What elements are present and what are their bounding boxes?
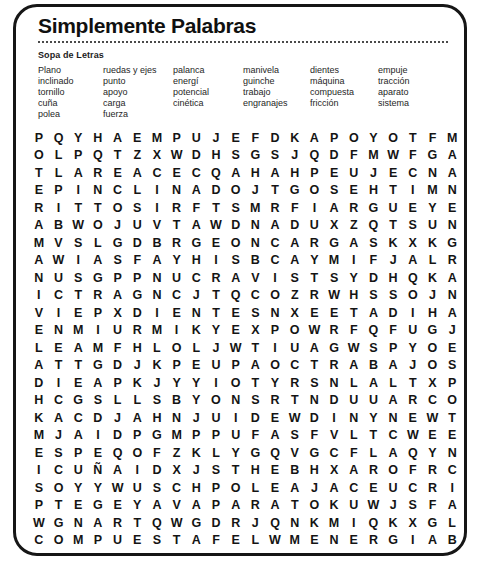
grid-cell[interactable]: K xyxy=(383,234,403,252)
grid-cell[interactable]: H xyxy=(305,462,325,480)
grid-cell[interactable]: M xyxy=(88,339,108,357)
grid-cell[interactable]: G xyxy=(127,287,147,305)
grid-cell[interactable]: U xyxy=(108,322,128,340)
grid-cell[interactable]: Y xyxy=(364,129,384,147)
grid-cell[interactable]: I xyxy=(344,514,364,532)
grid-cell[interactable]: Y xyxy=(127,497,147,515)
grid-cell[interactable]: P xyxy=(324,129,344,147)
grid-cell[interactable]: F xyxy=(127,252,147,270)
grid-cell[interactable]: H xyxy=(245,462,265,480)
grid-cell[interactable]: I xyxy=(403,182,423,200)
grid-cell[interactable]: N xyxy=(29,269,49,287)
grid-cell[interactable]: I xyxy=(49,199,69,217)
grid-cell[interactable]: A xyxy=(68,339,88,357)
grid-cell[interactable]: R xyxy=(364,462,384,480)
grid-cell[interactable]: C xyxy=(442,462,462,480)
grid-cell[interactable]: C xyxy=(147,164,167,182)
grid-cell[interactable]: A xyxy=(49,409,69,427)
grid-cell[interactable]: A xyxy=(305,129,325,147)
grid-cell[interactable]: M xyxy=(167,427,187,445)
grid-cell[interactable]: R xyxy=(324,322,344,340)
grid-cell[interactable]: W xyxy=(49,252,69,270)
grid-cell[interactable]: I xyxy=(305,199,325,217)
grid-cell[interactable]: L xyxy=(49,147,69,165)
grid-cell[interactable]: A xyxy=(226,269,246,287)
grid-cell[interactable]: E xyxy=(403,199,423,217)
grid-cell[interactable]: I xyxy=(29,462,49,480)
grid-cell[interactable]: D xyxy=(88,409,108,427)
grid-cell[interactable]: A xyxy=(344,234,364,252)
grid-cell[interactable]: S xyxy=(127,199,147,217)
grid-cell[interactable]: S xyxy=(88,392,108,410)
grid-cell[interactable]: D xyxy=(206,182,226,200)
grid-cell[interactable]: U xyxy=(285,339,305,357)
grid-cell[interactable]: L xyxy=(186,339,206,357)
grid-cell[interactable]: K xyxy=(29,409,49,427)
grid-cell[interactable]: S xyxy=(305,374,325,392)
grid-cell[interactable]: F xyxy=(108,339,128,357)
grid-cell[interactable]: I xyxy=(68,252,88,270)
grid-cell[interactable]: A xyxy=(403,252,423,270)
grid-cell[interactable]: A xyxy=(88,252,108,270)
grid-cell[interactable]: Z xyxy=(344,217,364,235)
grid-cell[interactable]: C xyxy=(403,164,423,182)
grid-cell[interactable]: S xyxy=(442,357,462,375)
grid-cell[interactable]: N xyxy=(423,164,443,182)
grid-cell[interactable]: T xyxy=(383,217,403,235)
grid-cell[interactable]: C xyxy=(403,479,423,497)
grid-cell[interactable]: E xyxy=(108,164,128,182)
grid-cell[interactable]: A xyxy=(147,252,167,270)
grid-cell[interactable]: T xyxy=(305,357,325,375)
grid-cell[interactable]: M xyxy=(68,322,88,340)
grid-cell[interactable]: C xyxy=(29,532,49,550)
grid-cell[interactable]: H xyxy=(285,164,305,182)
grid-cell[interactable]: O xyxy=(305,497,325,515)
grid-cell[interactable]: E xyxy=(344,182,364,200)
grid-cell[interactable]: I xyxy=(206,252,226,270)
grid-cell[interactable]: I xyxy=(147,199,167,217)
grid-cell[interactable]: L xyxy=(29,339,49,357)
grid-cell[interactable]: A xyxy=(186,532,206,550)
grid-cell[interactable]: P xyxy=(108,374,128,392)
grid-cell[interactable]: S xyxy=(265,147,285,165)
grid-cell[interactable]: I xyxy=(49,304,69,322)
grid-cell[interactable]: A xyxy=(324,479,344,497)
grid-cell[interactable]: J xyxy=(442,322,462,340)
grid-cell[interactable]: W xyxy=(29,514,49,532)
grid-cell[interactable]: W xyxy=(167,147,187,165)
grid-cell[interactable]: A xyxy=(285,252,305,270)
grid-cell[interactable]: R xyxy=(423,462,443,480)
grid-cell[interactable]: X xyxy=(403,234,423,252)
grid-cell[interactable]: I xyxy=(29,287,49,305)
grid-cell[interactable]: G xyxy=(285,182,305,200)
grid-cell[interactable]: Y xyxy=(423,199,443,217)
grid-cell[interactable]: S xyxy=(364,339,384,357)
grid-cell[interactable]: J xyxy=(423,287,443,305)
grid-cell[interactable]: P xyxy=(186,427,206,445)
grid-cell[interactable]: B xyxy=(49,217,69,235)
grid-cell[interactable]: H xyxy=(383,269,403,287)
grid-cell[interactable]: E xyxy=(206,234,226,252)
grid-cell[interactable]: X xyxy=(423,374,443,392)
grid-cell[interactable]: D xyxy=(226,217,246,235)
grid-cell[interactable]: U xyxy=(344,497,364,515)
grid-cell[interactable]: L xyxy=(206,444,226,462)
grid-cell[interactable]: J xyxy=(108,409,128,427)
grid-cell[interactable]: N xyxy=(186,304,206,322)
grid-cell[interactable]: P xyxy=(383,339,403,357)
grid-cell[interactable]: S xyxy=(147,479,167,497)
grid-cell[interactable]: T xyxy=(68,287,88,305)
grid-cell[interactable]: M xyxy=(285,532,305,550)
grid-cell[interactable]: G xyxy=(324,234,344,252)
grid-cell[interactable]: P xyxy=(127,427,147,445)
grid-cell[interactable]: R xyxy=(305,234,325,252)
grid-cell[interactable]: Y xyxy=(305,252,325,270)
grid-cell[interactable]: Y xyxy=(167,252,187,270)
grid-cell[interactable]: E xyxy=(423,427,443,445)
grid-cell[interactable]: H xyxy=(364,182,384,200)
grid-cell[interactable]: O xyxy=(265,357,285,375)
grid-cell[interactable]: S xyxy=(285,427,305,445)
grid-cell[interactable]: N xyxy=(265,304,285,322)
grid-cell[interactable]: E xyxy=(127,129,147,147)
grid-cell[interactable]: G xyxy=(186,514,206,532)
grid-cell[interactable]: R xyxy=(344,199,364,217)
grid-cell[interactable]: S xyxy=(324,269,344,287)
grid-cell[interactable]: S xyxy=(68,269,88,287)
grid-cell[interactable]: Z xyxy=(285,287,305,305)
grid-cell[interactable]: A xyxy=(88,514,108,532)
grid-cell[interactable]: O xyxy=(206,392,226,410)
grid-cell[interactable]: A xyxy=(383,392,403,410)
grid-cell[interactable]: X xyxy=(285,304,305,322)
grid-cell[interactable]: P xyxy=(305,164,325,182)
grid-cell[interactable]: G xyxy=(108,234,128,252)
grid-cell[interactable]: G xyxy=(186,234,206,252)
grid-cell[interactable]: W xyxy=(206,217,226,235)
grid-cell[interactable]: L xyxy=(88,234,108,252)
grid-cell[interactable]: I xyxy=(206,374,226,392)
grid-cell[interactable]: C xyxy=(245,287,265,305)
grid-cell[interactable]: A xyxy=(285,479,305,497)
grid-cell[interactable]: O xyxy=(226,182,246,200)
grid-cell[interactable]: D xyxy=(285,217,305,235)
grid-cell[interactable]: G xyxy=(364,199,384,217)
grid-cell[interactable]: S xyxy=(68,234,88,252)
grid-cell[interactable]: N xyxy=(147,269,167,287)
grid-cell[interactable]: L xyxy=(344,374,364,392)
grid-cell[interactable]: E xyxy=(364,479,384,497)
grid-cell[interactable]: A xyxy=(226,497,246,515)
grid-cell[interactable]: J xyxy=(364,164,384,182)
grid-cell[interactable]: C xyxy=(186,269,206,287)
grid-cell[interactable]: T xyxy=(49,497,69,515)
grid-cell[interactable]: G xyxy=(245,147,265,165)
grid-cell[interactable]: U xyxy=(206,357,226,375)
grid-cell[interactable]: A xyxy=(29,217,49,235)
grid-cell[interactable]: K xyxy=(383,514,403,532)
grid-cell[interactable]: C xyxy=(383,427,403,445)
grid-cell[interactable]: H xyxy=(344,287,364,305)
grid-cell[interactable]: I xyxy=(226,409,246,427)
grid-cell[interactable]: W xyxy=(364,497,384,515)
grid-cell[interactable]: E xyxy=(88,444,108,462)
grid-cell[interactable]: E xyxy=(29,182,49,200)
grid-cell[interactable]: A xyxy=(442,497,462,515)
grid-cell[interactable]: U xyxy=(68,462,88,480)
grid-cell[interactable]: O xyxy=(49,479,69,497)
grid-cell[interactable]: E xyxy=(186,357,206,375)
grid-cell[interactable]: T xyxy=(364,427,384,445)
grid-cell[interactable]: E xyxy=(442,199,462,217)
grid-cell[interactable]: E xyxy=(108,497,128,515)
grid-cell[interactable]: A xyxy=(88,374,108,392)
grid-cell[interactable]: N xyxy=(245,234,265,252)
grid-cell[interactable]: T xyxy=(127,514,147,532)
grid-cell[interactable]: E xyxy=(226,129,246,147)
grid-cell[interactable]: E xyxy=(344,532,364,550)
grid-cell[interactable]: A xyxy=(186,182,206,200)
grid-cell[interactable]: F xyxy=(285,199,305,217)
grid-cell[interactable]: I xyxy=(147,304,167,322)
grid-cell[interactable]: O xyxy=(305,182,325,200)
grid-cell[interactable]: K xyxy=(423,269,443,287)
grid-cell[interactable]: F xyxy=(344,147,364,165)
grid-cell[interactable]: N xyxy=(305,392,325,410)
grid-cell[interactable]: O xyxy=(344,129,364,147)
grid-cell[interactable]: T xyxy=(68,357,88,375)
grid-cell[interactable]: W xyxy=(423,409,443,427)
grid-cell[interactable]: R xyxy=(265,392,285,410)
grid-cell[interactable]: P xyxy=(29,129,49,147)
grid-cell[interactable]: A xyxy=(383,357,403,375)
grid-cell[interactable]: D xyxy=(108,357,128,375)
grid-cell[interactable]: F xyxy=(344,444,364,462)
grid-cell[interactable]: K xyxy=(127,374,147,392)
grid-cell[interactable]: G xyxy=(147,427,167,445)
grid-cell[interactable]: U xyxy=(305,217,325,235)
grid-cell[interactable]: Q xyxy=(49,129,69,147)
grid-cell[interactable]: S xyxy=(226,199,246,217)
grid-cell[interactable]: U xyxy=(423,217,443,235)
grid-cell[interactable]: W xyxy=(226,339,246,357)
grid-cell[interactable]: D xyxy=(364,269,384,287)
grid-cell[interactable]: U xyxy=(49,269,69,287)
grid-cell[interactable]: A xyxy=(265,497,285,515)
grid-cell[interactable]: D xyxy=(383,304,403,322)
grid-cell[interactable]: Q xyxy=(108,444,128,462)
grid-cell[interactable]: A xyxy=(423,532,443,550)
grid-cell[interactable]: N xyxy=(167,182,187,200)
grid-cell[interactable]: H xyxy=(88,129,108,147)
grid-cell[interactable]: A xyxy=(127,409,147,427)
grid-cell[interactable]: Y xyxy=(364,409,384,427)
grid-cell[interactable]: E xyxy=(226,532,246,550)
grid-cell[interactable]: Y xyxy=(186,392,206,410)
grid-cell[interactable]: G xyxy=(88,269,108,287)
grid-cell[interactable]: E xyxy=(167,304,187,322)
grid-cell[interactable]: O xyxy=(403,287,423,305)
grid-cell[interactable]: D xyxy=(324,147,344,165)
grid-cell[interactable]: L xyxy=(364,444,384,462)
grid-cell[interactable]: N xyxy=(442,182,462,200)
grid-cell[interactable]: Y xyxy=(265,374,285,392)
grid-cell[interactable]: B xyxy=(167,392,187,410)
grid-cell[interactable]: O xyxy=(29,147,49,165)
grid-cell[interactable]: R xyxy=(226,514,246,532)
grid-cell[interactable]: A xyxy=(245,357,265,375)
grid-cell[interactable]: L xyxy=(108,392,128,410)
grid-cell[interactable]: W xyxy=(383,147,403,165)
grid-cell[interactable]: Y xyxy=(186,374,206,392)
grid-cell[interactable]: A xyxy=(186,217,206,235)
grid-cell[interactable]: K xyxy=(305,514,325,532)
grid-cell[interactable]: Q xyxy=(364,217,384,235)
grid-cell[interactable]: R xyxy=(442,252,462,270)
grid-cell[interactable]: A xyxy=(29,252,49,270)
grid-cell[interactable]: J xyxy=(108,217,128,235)
grid-cell[interactable]: E xyxy=(442,339,462,357)
grid-cell[interactable]: F xyxy=(186,199,206,217)
grid-cell[interactable]: W xyxy=(108,479,128,497)
grid-cell[interactable]: S xyxy=(285,269,305,287)
grid-cell[interactable]: E xyxy=(324,164,344,182)
grid-cell[interactable]: C xyxy=(167,479,187,497)
grid-cell[interactable]: N xyxy=(147,287,167,305)
grid-cell[interactable]: F xyxy=(403,462,423,480)
grid-cell[interactable]: P xyxy=(206,497,226,515)
grid-cell[interactable]: D xyxy=(186,147,206,165)
grid-cell[interactable]: A xyxy=(226,164,246,182)
grid-cell[interactable]: A xyxy=(186,497,206,515)
grid-cell[interactable]: D xyxy=(147,462,167,480)
grid-cell[interactable]: A xyxy=(383,444,403,462)
grid-cell[interactable]: A xyxy=(442,147,462,165)
grid-cell[interactable]: F xyxy=(147,444,167,462)
grid-cell[interactable]: R xyxy=(324,357,344,375)
grid-cell[interactable]: I xyxy=(147,182,167,200)
grid-cell[interactable]: P xyxy=(88,304,108,322)
grid-cell[interactable]: K xyxy=(423,234,443,252)
grid-cell[interactable]: E xyxy=(442,427,462,445)
grid-cell[interactable]: F xyxy=(344,322,364,340)
grid-cell[interactable]: F xyxy=(305,427,325,445)
grid-cell[interactable]: Q xyxy=(88,147,108,165)
grid-cell[interactable]: I xyxy=(324,409,344,427)
grid-cell[interactable]: P xyxy=(108,269,128,287)
grid-cell[interactable]: G xyxy=(88,357,108,375)
grid-cell[interactable]: U xyxy=(383,479,403,497)
grid-cell[interactable]: P xyxy=(68,147,88,165)
grid-cell[interactable]: N xyxy=(442,217,462,235)
grid-cell[interactable]: C xyxy=(167,287,187,305)
grid-cell[interactable]: S xyxy=(49,444,69,462)
grid-cell[interactable]: J xyxy=(403,357,423,375)
grid-cell[interactable]: E xyxy=(383,164,403,182)
grid-cell[interactable]: A xyxy=(364,374,384,392)
grid-cell[interactable]: J xyxy=(127,357,147,375)
grid-cell[interactable]: D xyxy=(265,129,285,147)
grid-cell[interactable]: T xyxy=(403,374,423,392)
grid-cell[interactable]: U xyxy=(383,199,403,217)
grid-cell[interactable]: A xyxy=(442,269,462,287)
grid-cell[interactable]: A xyxy=(108,462,128,480)
grid-cell[interactable]: Q xyxy=(403,444,423,462)
grid-cell[interactable]: R xyxy=(285,374,305,392)
grid-cell[interactable]: W xyxy=(265,532,285,550)
grid-cell[interactable]: K xyxy=(186,444,206,462)
grid-cell[interactable]: S xyxy=(364,234,384,252)
grid-cell[interactable]: V xyxy=(285,444,305,462)
grid-cell[interactable]: G xyxy=(88,497,108,515)
grid-cell[interactable]: D xyxy=(206,514,226,532)
grid-cell[interactable]: N xyxy=(442,444,462,462)
grid-cell[interactable]: T xyxy=(285,497,305,515)
grid-cell[interactable]: O xyxy=(127,444,147,462)
grid-cell[interactable]: E xyxy=(49,339,69,357)
grid-cell[interactable]: L xyxy=(147,339,167,357)
grid-cell[interactable]: U xyxy=(108,532,128,550)
grid-cell[interactable]: N xyxy=(383,409,403,427)
grid-cell[interactable]: A xyxy=(29,357,49,375)
grid-cell[interactable]: E xyxy=(403,409,423,427)
grid-cell[interactable]: U xyxy=(167,269,187,287)
grid-cell[interactable]: O xyxy=(423,357,443,375)
grid-cell[interactable]: C xyxy=(423,392,443,410)
grid-cell[interactable]: E xyxy=(29,322,49,340)
grid-cell[interactable]: J xyxy=(305,479,325,497)
grid-cell[interactable]: V xyxy=(147,217,167,235)
grid-cell[interactable]: P xyxy=(206,479,226,497)
grid-cell[interactable]: D xyxy=(245,409,265,427)
grid-cell[interactable]: B xyxy=(147,234,167,252)
grid-cell[interactable]: D xyxy=(29,374,49,392)
grid-cell[interactable]: A xyxy=(265,217,285,235)
grid-cell[interactable]: S xyxy=(226,147,246,165)
grid-cell[interactable]: C xyxy=(68,409,88,427)
grid-cell[interactable]: H xyxy=(423,304,443,322)
grid-cell[interactable]: O xyxy=(226,234,246,252)
grid-cell[interactable]: H xyxy=(206,147,226,165)
grid-cell[interactable]: G xyxy=(423,514,443,532)
grid-cell[interactable]: B xyxy=(442,532,462,550)
grid-cell[interactable]: Q xyxy=(226,287,246,305)
grid-cell[interactable]: S xyxy=(324,182,344,200)
grid-cell[interactable]: G xyxy=(68,392,88,410)
grid-cell[interactable]: M xyxy=(245,199,265,217)
grid-cell[interactable]: J xyxy=(147,374,167,392)
grid-cell[interactable]: L xyxy=(245,479,265,497)
grid-cell[interactable]: O xyxy=(167,339,187,357)
grid-cell[interactable]: I xyxy=(88,322,108,340)
grid-cell[interactable]: Ñ xyxy=(88,462,108,480)
grid-cell[interactable]: E xyxy=(226,322,246,340)
grid-cell[interactable]: A xyxy=(364,304,384,322)
grid-cell[interactable]: H xyxy=(147,409,167,427)
grid-cell[interactable]: A xyxy=(324,199,344,217)
grid-cell[interactable]: T xyxy=(285,392,305,410)
grid-cell[interactable]: C xyxy=(186,164,206,182)
grid-cell[interactable]: I xyxy=(265,269,285,287)
grid-cell[interactable]: F xyxy=(423,497,443,515)
grid-cell[interactable]: K xyxy=(186,322,206,340)
grid-cell[interactable]: M xyxy=(147,129,167,147)
grid-cell[interactable]: F xyxy=(245,129,265,147)
grid-cell[interactable]: W xyxy=(285,409,305,427)
